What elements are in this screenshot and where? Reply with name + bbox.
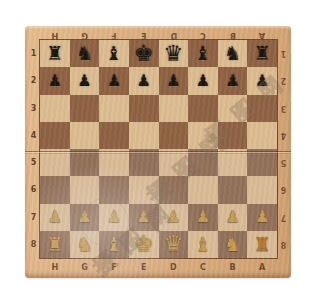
square-c1: ♝	[188, 40, 218, 67]
rank-labels-left: 12345678	[27, 40, 40, 258]
rank-label-left-4: 4	[27, 122, 40, 149]
rank-label-right-4: 4	[277, 122, 290, 149]
square-g4	[70, 122, 100, 149]
square-f7: ♟	[99, 204, 129, 231]
square-g1: ♞	[70, 40, 100, 67]
square-d6	[159, 176, 189, 203]
file-label-top-d: D	[159, 28, 189, 40]
rank-label-left-1: 1	[27, 40, 40, 67]
square-g7: ♟	[70, 204, 100, 231]
file-label-top-c: C	[188, 28, 218, 40]
piece-white-queen: ♛	[163, 233, 183, 255]
piece-black-knight: ♞	[224, 44, 241, 63]
square-a2: ♟	[247, 67, 277, 94]
rank-label-right-8: 8	[277, 231, 290, 258]
square-f4	[99, 122, 129, 149]
square-b1: ♞	[218, 40, 248, 67]
square-b3	[218, 95, 248, 122]
square-f2: ♟	[99, 67, 129, 94]
square-g3	[70, 95, 100, 122]
square-e4	[129, 122, 159, 149]
file-label-top-a: A	[247, 28, 277, 40]
square-h4	[40, 122, 70, 149]
square-h7: ♟	[40, 204, 70, 231]
piece-white-pawn: ♟	[77, 209, 91, 225]
piece-white-pawn: ♟	[166, 209, 180, 225]
board-hinge-seam	[25, 151, 291, 154]
square-d8: ♛	[159, 231, 189, 258]
rank-label-right-3: 3	[277, 95, 290, 122]
photo-canvas: { "game": "chess", "scene": "overhead ph…	[0, 0, 315, 300]
piece-black-king: ♚	[134, 43, 154, 65]
square-b8: ♞	[218, 231, 248, 258]
piece-black-pawn: ♟	[137, 73, 151, 89]
rank-label-right-6: 6	[277, 176, 290, 203]
piece-white-pawn: ♟	[137, 209, 151, 225]
square-d7: ♟	[159, 204, 189, 231]
piece-black-pawn: ♟	[255, 73, 269, 89]
file-label-bottom-f: F	[99, 260, 129, 276]
square-e2: ♟	[129, 67, 159, 94]
square-d3	[159, 95, 189, 122]
piece-white-pawn: ♟	[48, 209, 62, 225]
square-h2: ♟	[40, 67, 70, 94]
square-e6	[129, 176, 159, 203]
rank-label-right-2: 2	[277, 67, 290, 94]
file-label-bottom-g: G	[70, 260, 100, 276]
square-h1: ♜	[40, 40, 70, 67]
square-c3	[188, 95, 218, 122]
piece-black-pawn: ♟	[48, 73, 62, 89]
square-f3	[99, 95, 129, 122]
square-g2: ♟	[70, 67, 100, 94]
square-h8: ♜	[40, 231, 70, 258]
file-label-top-f: F	[99, 28, 129, 40]
square-e7: ♟	[129, 204, 159, 231]
square-c6	[188, 176, 218, 203]
square-e1: ♚	[129, 40, 159, 67]
square-a6	[247, 176, 277, 203]
square-a3	[247, 95, 277, 122]
square-c4	[188, 122, 218, 149]
piece-black-rook: ♜	[254, 44, 271, 63]
square-e8: ♚	[129, 231, 159, 258]
square-a7: ♟	[247, 204, 277, 231]
file-label-bottom-b: B	[218, 260, 248, 276]
file-label-top-b: B	[218, 28, 248, 40]
piece-black-pawn: ♟	[225, 73, 239, 89]
square-a8: ♜	[247, 231, 277, 258]
piece-black-pawn: ♟	[166, 73, 180, 89]
piece-black-pawn: ♟	[196, 73, 210, 89]
piece-white-king: ♚	[134, 233, 154, 255]
piece-black-bishop: ♝	[106, 44, 123, 63]
square-h3	[40, 95, 70, 122]
piece-black-knight: ♞	[76, 44, 93, 63]
piece-black-queen: ♛	[163, 43, 183, 65]
rank-label-left-2: 2	[27, 67, 40, 94]
file-labels-bottom: HGFEDCBA	[40, 260, 277, 276]
piece-white-pawn: ♟	[255, 209, 269, 225]
square-d2: ♟	[159, 67, 189, 94]
square-d4	[159, 122, 189, 149]
piece-white-knight: ♞	[224, 235, 241, 254]
square-b7: ♟	[218, 204, 248, 231]
file-labels-top: HGFEDCBA	[40, 28, 277, 40]
file-label-bottom-e: E	[129, 260, 159, 276]
piece-black-pawn: ♟	[107, 73, 121, 89]
file-label-bottom-a: A	[247, 260, 277, 276]
rank-label-right-1: 1	[277, 40, 290, 67]
file-label-top-g: G	[70, 28, 100, 40]
file-label-top-h: H	[40, 28, 70, 40]
square-c7: ♟	[188, 204, 218, 231]
piece-white-pawn: ♟	[107, 209, 121, 225]
square-a4	[247, 122, 277, 149]
piece-white-pawn: ♟	[225, 209, 239, 225]
piece-white-bishop: ♝	[106, 235, 123, 254]
rank-label-left-6: 6	[27, 176, 40, 203]
rank-label-left-3: 3	[27, 95, 40, 122]
square-e3	[129, 95, 159, 122]
file-label-bottom-d: D	[159, 260, 189, 276]
squares-grid: ♜♞♝♚♛♝♞♜♟♟♟♟♟♟♟♟♟♟♟♟♟♟♟♟♜♞♝♚♛♝♞♜	[40, 40, 277, 258]
rank-label-left-8: 8	[27, 231, 40, 258]
square-b2: ♟	[218, 67, 248, 94]
square-f1: ♝	[99, 40, 129, 67]
square-c8: ♝	[188, 231, 218, 258]
square-a1: ♜	[247, 40, 277, 67]
square-f8: ♝	[99, 231, 129, 258]
file-label-top-e: E	[129, 28, 159, 40]
piece-black-bishop: ♝	[194, 44, 211, 63]
piece-white-bishop: ♝	[194, 235, 211, 254]
square-d1: ♛	[159, 40, 189, 67]
square-c2: ♟	[188, 67, 218, 94]
piece-black-pawn: ♟	[77, 73, 91, 89]
square-f6	[99, 176, 129, 203]
rank-label-right-7: 7	[277, 204, 290, 231]
piece-black-rook: ♜	[46, 44, 63, 63]
piece-white-pawn: ♟	[196, 209, 210, 225]
rank-labels-right: 12345678	[277, 40, 290, 258]
square-b4	[218, 122, 248, 149]
square-g8: ♞	[70, 231, 100, 258]
square-g6	[70, 176, 100, 203]
square-b6	[218, 176, 248, 203]
file-label-bottom-c: C	[188, 260, 218, 276]
square-h6	[40, 176, 70, 203]
piece-white-rook: ♜	[46, 235, 63, 254]
file-label-bottom-h: H	[40, 260, 70, 276]
piece-white-knight: ♞	[76, 235, 93, 254]
chess-board: HGFEDCBA HGFEDCBA 12345678 12345678 ♜♞♝♚…	[25, 26, 291, 278]
piece-white-rook: ♜	[254, 235, 271, 254]
rank-label-left-7: 7	[27, 204, 40, 231]
